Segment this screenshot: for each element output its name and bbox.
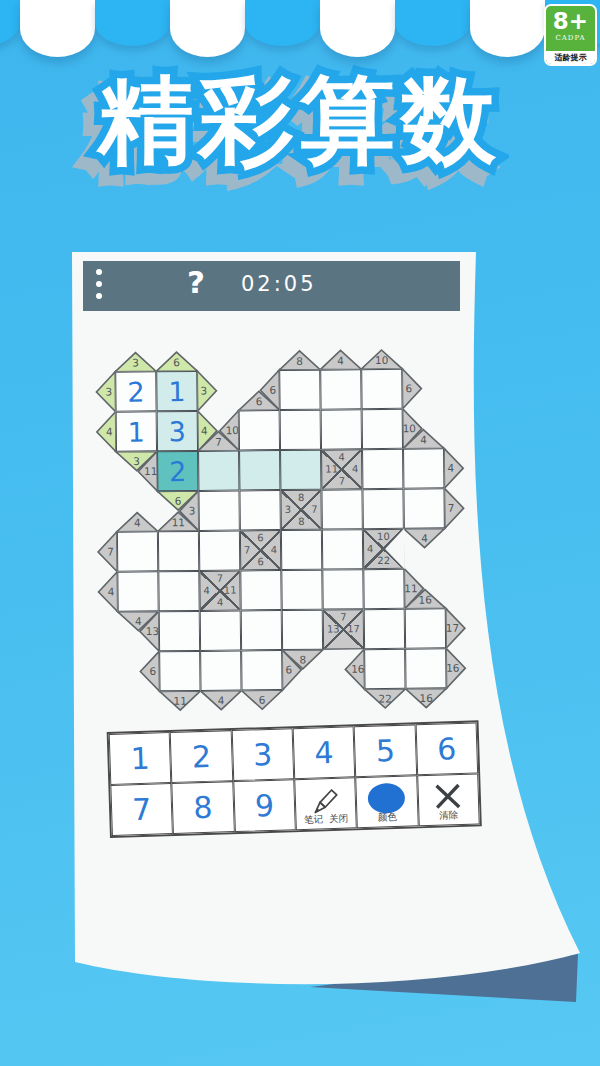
cell-r4c5[interactable] <box>322 529 363 569</box>
awning-scallop <box>170 0 245 57</box>
cell-value: 2 <box>169 458 186 485</box>
cell-r6c6[interactable] <box>364 609 405 649</box>
numpad-digit-8[interactable]: 8 <box>172 781 235 834</box>
cell-r4c4[interactable] <box>281 530 322 570</box>
selected-cell-r2c1[interactable]: 2 <box>157 451 198 491</box>
clue-sum-bottom: 22 <box>377 556 390 566</box>
cell-r7c1[interactable] <box>159 651 200 691</box>
clue-sum-right: 7 <box>311 505 317 515</box>
clear-button[interactable]: 清除 <box>417 773 480 826</box>
clue-triangle-sum: 4 <box>218 694 225 706</box>
cell-r6c1[interactable] <box>159 611 200 651</box>
age-rating-value: 8+ <box>553 8 588 34</box>
clue-sum-top: 7 <box>217 574 223 584</box>
kakuro-board: 3684106744111636448114622163461011374136… <box>95 348 467 712</box>
clue-sum-top: 7 <box>340 612 346 622</box>
clear-x-icon <box>432 779 465 812</box>
clue-triangle-sum: 6 <box>259 694 266 706</box>
clue-triangle-sum: 8 <box>296 355 303 367</box>
cell-r3c3[interactable] <box>239 490 280 530</box>
color-dot-icon <box>368 782 406 813</box>
cell-r5c5[interactable] <box>322 569 363 609</box>
clue-sum-left: 4 <box>367 544 373 554</box>
clue-sum-right: 17 <box>347 624 360 634</box>
clue-triangle-sum: 4 <box>108 585 115 597</box>
clue-triangle-sum: 17 <box>446 622 459 634</box>
numpad-digit-label: 8 <box>193 790 213 826</box>
numpad-digit-5[interactable]: 5 <box>354 724 417 777</box>
clue-cell-r4c6: 10422 <box>363 529 404 569</box>
cell-r2c6[interactable] <box>362 449 403 489</box>
cell-value: 1 <box>168 378 185 405</box>
clue-sum-bottom: 4 <box>217 598 223 608</box>
awning-scallop <box>320 0 395 57</box>
numpad-digit-6[interactable]: 6 <box>415 722 478 775</box>
clue-sum-left: 3 <box>285 505 291 515</box>
clue-sum-left: 7 <box>244 545 250 555</box>
numpad-digit-label: 9 <box>254 788 274 824</box>
cell-r2c7[interactable] <box>403 448 444 488</box>
clue-triangle-sum: 10 <box>375 354 388 366</box>
clue-sum-right: 4 <box>271 545 277 555</box>
notes-button-label: 笔记关闭 <box>296 812 356 827</box>
clear-button-label: 清除 <box>419 808 479 823</box>
cell-r0c4[interactable] <box>279 370 320 410</box>
cell-r6c7[interactable] <box>405 608 446 648</box>
numpad-digit-1[interactable]: 1 <box>109 732 172 785</box>
clue-triangle-sum: 16 <box>419 692 433 704</box>
cell-r5c1[interactable] <box>158 571 199 611</box>
cell-r1c1[interactable]: 3 <box>157 411 198 451</box>
cell-r4c2[interactable] <box>199 530 240 570</box>
awning-scallop <box>395 0 470 46</box>
board-cells-grid: 211324114783786746104227411471317 <box>115 368 446 691</box>
numpad-digit-label: 4 <box>314 735 334 771</box>
clue-cell-r2c5: 41147 <box>321 449 362 489</box>
clue-sum-top: 8 <box>298 493 304 503</box>
clue-triangle-sum: 16 <box>446 662 460 674</box>
awning-scallop <box>20 0 95 57</box>
numpad-digit-9[interactable]: 9 <box>233 779 296 832</box>
numpad-digit-label: 5 <box>375 733 395 769</box>
cell-r4c1[interactable] <box>158 531 199 571</box>
clue-cell-r4c3: 6746 <box>240 530 281 570</box>
clue-triangle-sum: 3 <box>106 385 113 397</box>
timer-display: 02:05 <box>241 272 317 296</box>
cell-r6c2[interactable] <box>200 610 241 650</box>
cell-r1c3[interactable] <box>239 410 280 450</box>
clue-sum-top: 4 <box>338 452 344 462</box>
clue-sum-right: 4 <box>352 464 358 474</box>
clue-triangle-sum: 6 <box>173 356 180 368</box>
cell-value: 2 <box>127 378 144 405</box>
clue-triangle-sum: 11 <box>173 695 186 707</box>
numpad-digit-label: 3 <box>253 737 273 773</box>
clue-sum-bottom: 8 <box>298 517 304 527</box>
cell-r1c5[interactable] <box>321 409 362 449</box>
cell-r6c4[interactable] <box>282 610 323 650</box>
age-rating-badge: 8+ CADPA 适龄提示 <box>544 4 597 66</box>
cell-r0c0[interactable]: 2 <box>115 371 156 411</box>
numpad-digit-label: 2 <box>191 739 211 775</box>
cell-r0c1[interactable]: 1 <box>156 371 197 411</box>
cell-r3c6[interactable] <box>362 489 403 529</box>
puzzle-toolbar: ? 02:05 <box>83 261 460 311</box>
cell-r5c0[interactable] <box>117 571 158 611</box>
cell-r2c3[interactable] <box>239 450 280 490</box>
clue-sum-left: 4 <box>203 586 209 596</box>
clue-triangle-sum: 22 <box>378 692 391 704</box>
awning-scallop <box>0 0 20 46</box>
cell-r1c6[interactable] <box>362 409 403 449</box>
cell-r1c4[interactable] <box>280 410 321 450</box>
cell-r7c3[interactable] <box>241 650 282 690</box>
game-title-text: 精彩算数 <box>0 58 600 186</box>
number-pad: 123456789 笔记关闭 颜色 清除 <box>107 720 482 838</box>
clue-sum-left: 11 <box>325 464 338 474</box>
game-title: 精彩算数 精彩算数 精彩算数 <box>0 58 600 198</box>
numpad-digit-2[interactable]: 2 <box>170 730 233 783</box>
cell-r2c4[interactable] <box>280 450 321 490</box>
cell-r7c2[interactable] <box>200 650 241 690</box>
cell-r5c4[interactable] <box>281 570 322 610</box>
color-button-label: 颜色 <box>358 810 418 825</box>
numpad-digit-label: 1 <box>130 741 150 777</box>
numpad-digit-label: 6 <box>437 731 457 767</box>
cell-r5c3[interactable] <box>240 570 281 610</box>
clue-triangle-sum: 4 <box>337 354 344 366</box>
cell-value: 1 <box>128 418 145 445</box>
menu-dots-icon[interactable] <box>96 269 102 299</box>
notes-button[interactable]: 笔记关闭 <box>294 777 357 830</box>
cell-r3c5[interactable] <box>321 489 362 529</box>
awning-scallop <box>245 0 320 46</box>
cell-r3c2[interactable] <box>198 490 239 530</box>
clue-sum-bottom: 6 <box>257 557 263 567</box>
cell-r0c6[interactable] <box>361 369 402 409</box>
numpad-digit-7[interactable]: 7 <box>110 783 173 836</box>
awning-scallop <box>95 0 170 46</box>
cell-r3c7[interactable] <box>403 488 444 528</box>
cell-r7c7[interactable] <box>405 648 446 688</box>
numpad-digit-3[interactable]: 3 <box>231 728 294 781</box>
cell-r4c0[interactable] <box>117 531 158 571</box>
clue-cell-r6c5: 71317 <box>323 609 364 649</box>
awning-scallop <box>470 0 545 57</box>
clue-triangle-sum: 4 <box>106 425 113 437</box>
clue-triangle-sum: 7 <box>448 502 455 514</box>
cell-r0c5[interactable] <box>320 369 361 409</box>
clue-sum-left: 13 <box>327 624 340 634</box>
clue-triangle-sum: 4 <box>447 462 454 474</box>
numpad-digit-4[interactable]: 4 <box>293 726 356 779</box>
age-rating-label: 适龄提示 <box>546 51 595 64</box>
awning-border <box>0 0 600 57</box>
clue-sum-right: 11 <box>224 586 237 596</box>
cell-r6c3[interactable] <box>241 610 282 650</box>
color-button[interactable]: 颜色 <box>356 775 419 828</box>
clue-triangle-sum: 3 <box>132 357 139 369</box>
cell-r2c2[interactable] <box>198 450 239 490</box>
clue-cell-r3c4: 8378 <box>280 490 321 530</box>
clue-sum-top: 6 <box>257 533 263 543</box>
clue-triangle-sum: 7 <box>107 545 114 557</box>
clue-sum-bottom: 7 <box>339 476 345 486</box>
cell-r1c0[interactable]: 1 <box>116 411 157 451</box>
clue-sum-top: 10 <box>377 532 390 542</box>
clue-cell-r5c2: 74114 <box>199 570 240 610</box>
age-rating-org: CADPA <box>555 34 585 43</box>
help-icon[interactable]: ? <box>187 264 205 300</box>
cell-r7c6[interactable] <box>364 649 405 689</box>
cell-r5c6[interactable] <box>363 569 404 609</box>
cell-value: 3 <box>169 418 186 445</box>
numpad-digit-label: 7 <box>132 792 152 828</box>
